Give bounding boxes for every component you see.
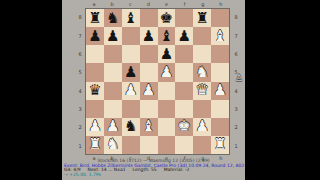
square-g1[interactable] bbox=[193, 136, 211, 154]
coord-label: 3 bbox=[233, 100, 239, 118]
coord-label: a bbox=[85, 1, 103, 7]
square-e3[interactable] bbox=[158, 100, 176, 118]
white-bishop: ♝ bbox=[213, 28, 226, 43]
coord-label: 1 bbox=[233, 137, 239, 155]
white-rook: ♜ bbox=[88, 137, 101, 152]
coord-label: 7 bbox=[233, 26, 239, 44]
square-g4[interactable]: ♛ bbox=[193, 82, 211, 100]
coord-label: 4 bbox=[77, 82, 83, 100]
square-h1[interactable]: ♜ bbox=[211, 136, 229, 154]
square-b2[interactable]: ♟ bbox=[104, 118, 122, 136]
game-length: Length: 55 bbox=[133, 168, 157, 173]
white-queen: ♛ bbox=[195, 83, 208, 98]
coord-label: 8 bbox=[233, 8, 239, 26]
square-h3[interactable] bbox=[211, 100, 229, 118]
coord-label: 2 bbox=[233, 118, 239, 136]
chess-board[interactable]: ♜♞♝♚♜♟♟♟♝♟♝♟♟♟♞♛♟♟♛♟♟♟♞♝♚♟♜♞♜ bbox=[85, 8, 230, 155]
eval-line: → +25.00, 1.79s bbox=[64, 173, 243, 178]
coord-label: h bbox=[212, 1, 230, 7]
black-queen: ♛ bbox=[88, 83, 101, 98]
black-rook: ♜ bbox=[88, 10, 101, 25]
square-c1[interactable] bbox=[122, 136, 140, 154]
material-balance: Material: -2 bbox=[164, 168, 190, 173]
coord-label: c bbox=[121, 1, 139, 7]
square-b1[interactable]: ♞ bbox=[104, 136, 122, 154]
square-b7[interactable]: ♟ bbox=[104, 27, 122, 45]
white-bishop: ♝ bbox=[142, 119, 155, 134]
square-f8[interactable] bbox=[175, 9, 193, 27]
content-area: abcdefgh 87654321 ♜♞♝♚♜♟♟♟♝♟♝♟♟♟♞♛♟♟♛♟♟♟… bbox=[62, 0, 245, 180]
square-f7[interactable]: ♟ bbox=[175, 27, 193, 45]
square-b4[interactable] bbox=[104, 82, 122, 100]
coord-label: 5 bbox=[77, 63, 83, 81]
white-king: ♚ bbox=[178, 119, 191, 134]
square-a2[interactable]: ♟ bbox=[86, 118, 104, 136]
black-pawn: ♟ bbox=[88, 28, 101, 43]
coord-label: 2 bbox=[77, 118, 83, 136]
square-e5[interactable]: ♟ bbox=[158, 63, 176, 81]
coord-label: 8 bbox=[77, 8, 83, 26]
square-a7[interactable]: ♟ bbox=[86, 27, 104, 45]
white-pawn: ♟ bbox=[213, 83, 226, 98]
square-d3[interactable] bbox=[140, 100, 158, 118]
white-pawn: ♟ bbox=[106, 119, 119, 134]
square-d4[interactable]: ♟ bbox=[140, 82, 158, 100]
square-b6[interactable] bbox=[104, 45, 122, 63]
coord-label: 4 bbox=[233, 82, 239, 100]
coord-label: b bbox=[103, 1, 121, 7]
coord-label: 7 bbox=[77, 26, 83, 44]
square-c5[interactable]: ♟ bbox=[122, 63, 140, 81]
white-pawn: ♟ bbox=[195, 119, 208, 134]
black-rook: ♜ bbox=[195, 10, 208, 25]
white-rook: ♜ bbox=[213, 137, 226, 152]
white-knight: ♞ bbox=[195, 64, 208, 79]
black-pawn: ♟ bbox=[142, 28, 155, 43]
square-d7[interactable]: ♟ bbox=[140, 27, 158, 45]
square-f1[interactable] bbox=[175, 136, 193, 154]
black-king: ♚ bbox=[160, 10, 173, 25]
square-e6[interactable]: ♟ bbox=[158, 45, 176, 63]
square-a8[interactable]: ♜ bbox=[86, 9, 104, 27]
white-pawn-icon: ♙ bbox=[235, 74, 243, 83]
square-a5[interactable] bbox=[86, 63, 104, 81]
black-pawn: ♟ bbox=[160, 46, 173, 61]
square-b3[interactable] bbox=[104, 100, 122, 118]
square-g2[interactable]: ♟ bbox=[193, 118, 211, 136]
rank-labels-left: 87654321 bbox=[77, 8, 83, 155]
black-knight: ♞ bbox=[106, 10, 119, 25]
square-a3[interactable] bbox=[86, 100, 104, 118]
video-frame: abcdefgh 87654321 ♜♞♝♚♜♟♟♟♝♟♝♟♟♟♞♛♟♟♛♟♟♟… bbox=[0, 0, 320, 180]
caption-block: Stockfish 16 (3712) — Wasmong 12 (3205) … bbox=[64, 159, 243, 177]
coord-label: 1 bbox=[77, 137, 83, 155]
file-labels-top: abcdefgh bbox=[85, 1, 230, 7]
square-e2[interactable] bbox=[158, 118, 176, 136]
coord-label: 3 bbox=[77, 100, 83, 118]
coord-label: g bbox=[194, 1, 212, 7]
square-h2[interactable] bbox=[211, 118, 229, 136]
square-e7[interactable]: ♝ bbox=[158, 27, 176, 45]
square-b5[interactable] bbox=[104, 63, 122, 81]
square-a4[interactable]: ♛ bbox=[86, 82, 104, 100]
square-a6[interactable] bbox=[86, 45, 104, 63]
white-pawn: ♟ bbox=[88, 119, 101, 134]
coord-label: f bbox=[176, 1, 194, 7]
square-f4[interactable] bbox=[175, 82, 193, 100]
black-pawn: ♟ bbox=[106, 28, 119, 43]
square-c7[interactable] bbox=[122, 27, 140, 45]
coord-label: 6 bbox=[233, 45, 239, 63]
coord-label: 6 bbox=[77, 45, 83, 63]
coord-label: e bbox=[158, 1, 176, 7]
square-e8[interactable]: ♚ bbox=[158, 9, 176, 27]
coord-label: d bbox=[139, 1, 157, 7]
square-d5[interactable] bbox=[140, 63, 158, 81]
black-pawn: ♟ bbox=[178, 28, 191, 43]
square-g5[interactable]: ♞ bbox=[193, 63, 211, 81]
black-pawn: ♟ bbox=[124, 64, 137, 79]
square-h5[interactable] bbox=[211, 63, 229, 81]
square-h7[interactable]: ♝ bbox=[211, 27, 229, 45]
square-f5[interactable] bbox=[175, 63, 193, 81]
black-knight: ♞ bbox=[124, 119, 137, 134]
square-e1[interactable] bbox=[158, 136, 176, 154]
square-d2[interactable]: ♝ bbox=[140, 118, 158, 136]
square-f6[interactable] bbox=[175, 45, 193, 63]
square-g6[interactable] bbox=[193, 45, 211, 63]
square-f2[interactable]: ♚ bbox=[175, 118, 193, 136]
square-d6[interactable] bbox=[140, 45, 158, 63]
white-pawn: ♟ bbox=[124, 83, 137, 98]
square-f3[interactable] bbox=[175, 100, 193, 118]
square-h4[interactable]: ♟ bbox=[211, 82, 229, 100]
square-c8[interactable]: ♝ bbox=[122, 9, 140, 27]
square-d8[interactable] bbox=[140, 9, 158, 27]
white-pawn: ♟ bbox=[160, 64, 173, 79]
square-e4[interactable] bbox=[158, 82, 176, 100]
square-c3[interactable] bbox=[122, 100, 140, 118]
square-d1[interactable] bbox=[140, 136, 158, 154]
white-pawn: ♟ bbox=[142, 83, 155, 98]
black-bishop: ♝ bbox=[160, 28, 173, 43]
black-bishop: ♝ bbox=[124, 10, 137, 25]
square-g7[interactable] bbox=[193, 27, 211, 45]
white-knight: ♞ bbox=[106, 137, 119, 152]
square-b8[interactable]: ♞ bbox=[104, 9, 122, 27]
square-g3[interactable] bbox=[193, 100, 211, 118]
square-h6[interactable] bbox=[211, 45, 229, 63]
square-a1[interactable]: ♜ bbox=[86, 136, 104, 154]
square-c6[interactable] bbox=[122, 45, 140, 63]
square-c2[interactable]: ♞ bbox=[122, 118, 140, 136]
square-c4[interactable]: ♟ bbox=[122, 82, 140, 100]
square-g8[interactable]: ♜ bbox=[193, 9, 211, 27]
square-h8[interactable] bbox=[211, 9, 229, 27]
